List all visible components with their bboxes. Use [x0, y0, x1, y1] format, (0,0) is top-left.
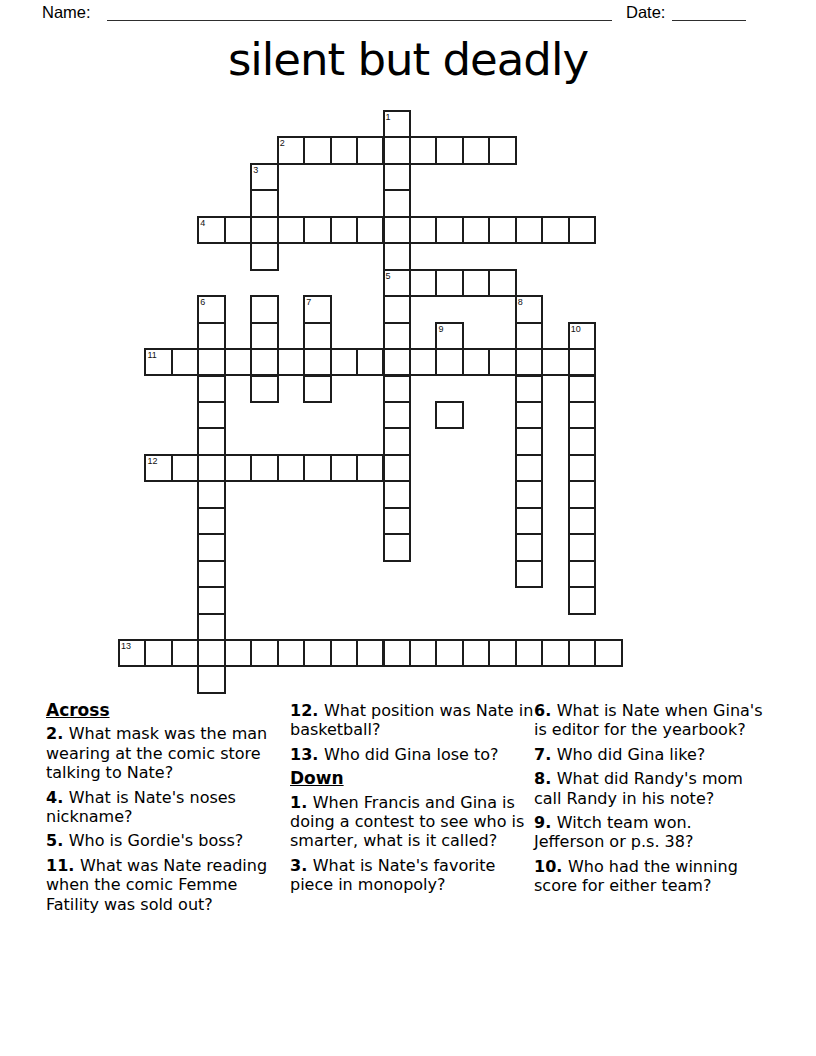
clue-column-3: 6. What is Nate when Gina's is editor fo… [534, 701, 766, 901]
grid-cell-r15c15[interactable] [515, 507, 543, 535]
grid-cell-r5c10[interactable] [383, 242, 411, 270]
grid-cell-r9c4[interactable] [224, 348, 252, 376]
grid-cell-r3c10[interactable] [383, 189, 411, 217]
grid-cell-r20c2[interactable] [171, 639, 199, 667]
grid-cell-r8c15[interactable] [515, 322, 543, 350]
grid-cell-r10c5[interactable] [250, 375, 278, 403]
grid-cell-r20c10[interactable] [383, 639, 411, 667]
grid-cell-r6c11[interactable] [409, 269, 437, 297]
page-title: silent but deadly [0, 34, 816, 86]
grid-cell-r9c6[interactable] [277, 348, 305, 376]
grid-cell-r7c7[interactable] [303, 295, 331, 323]
grid-cell-r13c8[interactable] [330, 454, 358, 482]
grid-cell-r16c3[interactable] [197, 533, 225, 561]
grid-cell-r13c4[interactable] [224, 454, 252, 482]
grid-cell-r15c10[interactable] [383, 507, 411, 535]
grid-cell-r14c10[interactable] [383, 480, 411, 508]
grid-cell-r17c15[interactable] [515, 560, 543, 588]
grid-cell-r8c5[interactable] [250, 322, 278, 350]
clue-heading-down: Down [290, 769, 538, 788]
grid-cell-r8c12[interactable] [435, 322, 463, 350]
grid-cell-r1c11[interactable] [409, 136, 437, 164]
crossword-worksheet: { "game": "crossword", "header": { "name… [0, 0, 816, 1056]
grid-cell-r17c3[interactable] [197, 560, 225, 588]
grid-cell-r20c18[interactable] [594, 639, 622, 667]
grid-cell-r2c10[interactable] [383, 163, 411, 191]
grid-cell-r10c10[interactable] [383, 375, 411, 403]
clue-number: 13. [290, 745, 324, 764]
clue-heading-across: Across [46, 701, 286, 720]
grid-cell-r1c6[interactable] [277, 136, 305, 164]
clue-6: 6. What is Nate when Gina's is editor fo… [534, 701, 766, 740]
grid-cell-r20c14[interactable] [488, 639, 516, 667]
clue-4: 4. What is Nate's noses nickname? [46, 788, 286, 827]
grid-cell-r13c6[interactable] [277, 454, 305, 482]
grid-cell-r20c11[interactable] [409, 639, 437, 667]
grid-cell-r4c13[interactable] [462, 216, 490, 244]
grid-cell-r4c12[interactable] [435, 216, 463, 244]
grid-cell-r4c16[interactable] [541, 216, 569, 244]
name-fill-in-line[interactable] [107, 20, 612, 21]
clue-9: 9. Witch team won. Jefferson or p.s. 38? [534, 813, 766, 852]
grid-cell-r20c13[interactable] [462, 639, 490, 667]
date-fill-in-line[interactable] [672, 20, 746, 21]
clue-number: 8. [534, 769, 557, 788]
grid-cell-r6c13[interactable] [462, 269, 490, 297]
grid-cell-r13c5[interactable] [250, 454, 278, 482]
clue-8: 8. What did Randy's mom call Randy in hi… [534, 769, 766, 808]
grid-cell-r13c7[interactable] [303, 454, 331, 482]
grid-cell-r9c17[interactable] [568, 348, 596, 376]
grid-cell-r20c16[interactable] [541, 639, 569, 667]
clue-number: 12. [290, 701, 324, 720]
clue-column-1: Across2. What mask was the man wearing a… [46, 701, 286, 919]
grid-cell-r10c15[interactable] [515, 375, 543, 403]
grid-cell-r18c17[interactable] [568, 586, 596, 614]
grid-cell-r1c7[interactable] [303, 136, 331, 164]
clue-number: 6. [534, 701, 557, 720]
grid-cell-r16c10[interactable] [383, 533, 411, 561]
grid-cell-r13c10[interactable] [383, 454, 411, 482]
grid-cell-r8c10[interactable] [383, 322, 411, 350]
grid-cell-r20c7[interactable] [303, 639, 331, 667]
grid-cell-r8c3[interactable] [197, 322, 225, 350]
grid-cell-r20c1[interactable] [144, 639, 172, 667]
grid-cell-r20c17[interactable] [568, 639, 596, 667]
clue-number: 1. [290, 793, 313, 812]
grid-cell-r20c9[interactable] [356, 639, 384, 667]
grid-cell-r4c8[interactable] [330, 216, 358, 244]
clue-number: 3. [290, 856, 313, 875]
grid-cell-r17c17[interactable] [568, 560, 596, 588]
grid-cell-r4c9[interactable] [356, 216, 384, 244]
grid-cell-r9c1[interactable] [144, 348, 172, 376]
grid-cell-r9c3[interactable] [197, 348, 225, 376]
clue-column-2: 12. What position was Nate in basketball… [290, 701, 538, 900]
grid-cell-r20c8[interactable] [330, 639, 358, 667]
grid-cell-r9c2[interactable] [171, 348, 199, 376]
clue-5: 5. Who is Gordie's boss? [46, 831, 286, 850]
clue-number: 4. [46, 788, 69, 807]
grid-cell-r5c5[interactable] [250, 242, 278, 270]
grid-cell-r20c6[interactable] [277, 639, 305, 667]
clue-10: 10. Who had the winning score for either… [534, 857, 766, 896]
grid-cell-r1c14[interactable] [488, 136, 516, 164]
grid-cell-r13c15[interactable] [515, 454, 543, 482]
grid-cell-r12c15[interactable] [515, 427, 543, 455]
grid-cell-r20c12[interactable] [435, 639, 463, 667]
clue-number: 2. [46, 724, 69, 743]
date-label: Date: [626, 3, 665, 22]
grid-cell-r20c15[interactable] [515, 639, 543, 667]
grid-cell-r15c3[interactable] [197, 507, 225, 535]
grid-cell-r7c15[interactable] [515, 295, 543, 323]
clue-number: 7. [534, 745, 557, 764]
grid-cell-r4c15[interactable] [515, 216, 543, 244]
grid-cell-r6c14[interactable] [488, 269, 516, 297]
grid-cell-r10c3[interactable] [197, 375, 225, 403]
grid-cell-r4c10[interactable] [383, 216, 411, 244]
grid-cell-r6c10[interactable] [383, 269, 411, 297]
grid-cell-r11c15[interactable] [515, 401, 543, 429]
grid-cell-r9c5[interactable] [250, 348, 278, 376]
name-label: Name: [42, 3, 91, 22]
grid-cell-r9c8[interactable] [330, 348, 358, 376]
grid-cell-r19c3[interactable] [197, 613, 225, 641]
grid-cell-r13c1[interactable] [144, 454, 172, 482]
grid-cell-r13c9[interactable] [356, 454, 384, 482]
grid-cell-r13c17[interactable] [568, 454, 596, 482]
grid-cell-r7c5[interactable] [250, 295, 278, 323]
grid-cell-r16c15[interactable] [515, 533, 543, 561]
grid-cell-r10c17[interactable] [568, 375, 596, 403]
grid-cell-r9c7[interactable] [303, 348, 331, 376]
grid-cell-r20c4[interactable] [224, 639, 252, 667]
grid-cell-r13c3[interactable] [197, 454, 225, 482]
clue-number: 9. [534, 813, 557, 832]
grid-cell-r9c10[interactable] [383, 348, 411, 376]
grid-cell-r4c7[interactable] [303, 216, 331, 244]
grid-cell-r4c6[interactable] [277, 216, 305, 244]
grid-cell-r1c12[interactable] [435, 136, 463, 164]
grid-cell-r1c10[interactable] [383, 136, 411, 164]
grid-cell-r7c3[interactable] [197, 295, 225, 323]
grid-cell-r9c11[interactable] [409, 348, 437, 376]
grid-cell-r4c11[interactable] [409, 216, 437, 244]
grid-cell-r14c3[interactable] [197, 480, 225, 508]
grid-cell-r11c3[interactable] [197, 401, 225, 429]
grid-cell-r4c4[interactable] [224, 216, 252, 244]
grid-cell-r20c0[interactable] [118, 639, 146, 667]
grid-cell-r11c10[interactable] [383, 401, 411, 429]
grid-cell-r9c16[interactable] [541, 348, 569, 376]
grid-cell-r21c3[interactable] [197, 665, 225, 693]
grid-cell-r13c2[interactable] [171, 454, 199, 482]
grid-cell-r14c15[interactable] [515, 480, 543, 508]
grid-cell-r9c12[interactable] [435, 348, 463, 376]
grid-cell-r8c17[interactable] [568, 322, 596, 350]
grid-cell-r4c17[interactable] [568, 216, 596, 244]
grid-cell-r12c10[interactable] [383, 427, 411, 455]
grid-cell-r11c17[interactable] [568, 401, 596, 429]
grid-cell-r9c13[interactable] [462, 348, 490, 376]
grid-cell-r1c13[interactable] [462, 136, 490, 164]
clue-7: 7. Who did Gina like? [534, 745, 766, 764]
grid-cell-r3c5[interactable] [250, 189, 278, 217]
grid-cell-r20c5[interactable] [250, 639, 278, 667]
clue-12: 12. What position was Nate in basketball… [290, 701, 538, 740]
grid-cell-r12c3[interactable] [197, 427, 225, 455]
grid-cell-r4c14[interactable] [488, 216, 516, 244]
grid-cell-r9c9[interactable] [356, 348, 384, 376]
clue-1: 1. When Francis and Gina is doing a cont… [290, 793, 538, 851]
clue-number: 10. [534, 857, 568, 876]
grid-cell-r0c10[interactable] [383, 110, 411, 138]
clue-2: 2. What mask was the man wearing at the … [46, 724, 286, 782]
grid-cell-r6c12[interactable] [435, 269, 463, 297]
grid-cell-r20c3[interactable] [197, 639, 225, 667]
grid-cell-r2c5[interactable] [250, 163, 278, 191]
grid-cell-r12c17[interactable] [568, 427, 596, 455]
grid-cell-r18c3[interactable] [197, 586, 225, 614]
grid-cell-r7c10[interactable] [383, 295, 411, 323]
grid-cell-r4c3[interactable] [197, 216, 225, 244]
grid-cell-r10c7[interactable] [303, 375, 331, 403]
grid-cell-r1c9[interactable] [356, 136, 384, 164]
grid-cell-r4c5[interactable] [250, 216, 278, 244]
grid-cell-r15c17[interactable] [568, 507, 596, 535]
clue-11: 11. What was Nate reading when the comic… [46, 856, 286, 914]
grid-cell-r9c15[interactable] [515, 348, 543, 376]
grid-cell-r16c17[interactable] [568, 533, 596, 561]
grid-cell-r11c12[interactable] [435, 401, 463, 429]
clue-number: 5. [46, 831, 69, 850]
clue-number: 11. [46, 856, 80, 875]
grid-cell-r9c14[interactable] [488, 348, 516, 376]
clue-13: 13. Who did Gina lose to? [290, 745, 538, 764]
clue-3: 3. What is Nate's favorite piece in mono… [290, 856, 538, 895]
grid-cell-r8c7[interactable] [303, 322, 331, 350]
grid-cell-r1c8[interactable] [330, 136, 358, 164]
grid-cell-r14c17[interactable] [568, 480, 596, 508]
